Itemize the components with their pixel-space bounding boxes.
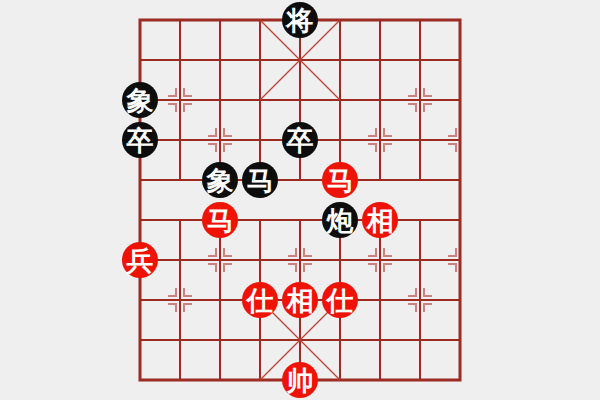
pieces-layer: 将象卒卒象马马马炮相兵仕相仕帅: [120, 0, 480, 400]
piece-black-elephant-a[interactable]: 象: [122, 82, 158, 118]
piece-black-horse[interactable]: 马: [242, 162, 278, 198]
piece-red-general[interactable]: 帅: [282, 362, 318, 398]
piece-red-advisor-a[interactable]: 仕: [242, 282, 278, 318]
xiangqi-board[interactable]: 将象卒卒象马马马炮相兵仕相仕帅: [0, 0, 600, 400]
piece-black-general[interactable]: 将: [282, 2, 318, 38]
piece-red-elephant-a[interactable]: 相: [362, 202, 398, 238]
piece-black-pawn-a[interactable]: 卒: [122, 122, 158, 158]
piece-red-horse-a[interactable]: 马: [322, 162, 358, 198]
piece-red-advisor-b[interactable]: 仕: [322, 282, 358, 318]
piece-red-elephant-b[interactable]: 相: [282, 282, 318, 318]
piece-black-elephant-b[interactable]: 象: [202, 162, 238, 198]
piece-black-pawn-b[interactable]: 卒: [282, 122, 318, 158]
piece-black-cannon[interactable]: 炮: [322, 202, 358, 238]
piece-red-pawn[interactable]: 兵: [122, 242, 158, 278]
piece-red-horse-b[interactable]: 马: [202, 202, 238, 238]
